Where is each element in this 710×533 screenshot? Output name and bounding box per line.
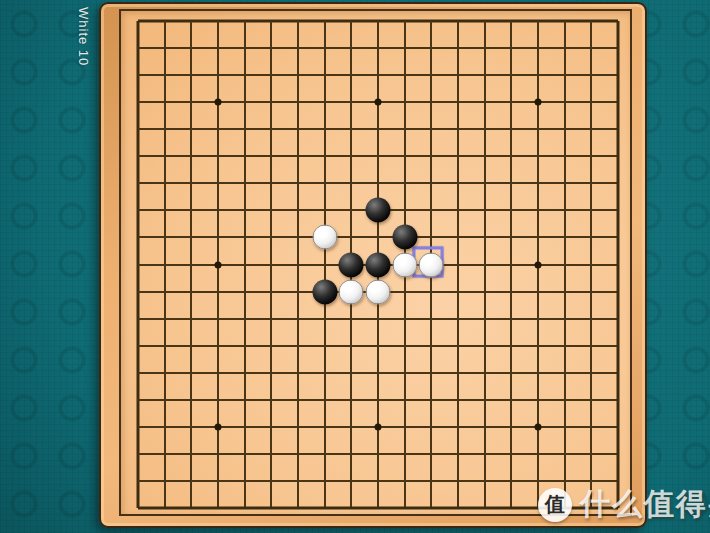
white-stone — [366, 279, 391, 304]
board-grid[interactable] — [138, 21, 618, 508]
grid-line-vertical — [457, 21, 459, 508]
black-stone — [366, 198, 391, 223]
black-stone — [366, 252, 391, 277]
badge-character: 值 — [545, 491, 565, 518]
grid-line-vertical — [590, 21, 592, 508]
star-point — [535, 261, 542, 268]
grid-line-vertical — [484, 21, 486, 508]
move-indicator: White 10 — [76, 7, 91, 66]
star-point — [215, 423, 222, 430]
smzdm-badge-icon: 值 — [538, 488, 572, 522]
grid-line-vertical — [564, 21, 566, 508]
grid-line-horizontal — [138, 345, 618, 347]
star-point — [535, 423, 542, 430]
grid-line-horizontal — [138, 453, 618, 455]
black-stone — [312, 279, 337, 304]
star-point — [215, 99, 222, 106]
star-point — [375, 99, 382, 106]
app-background: White 10 值 什么值得买 — [0, 0, 710, 533]
grid-line-horizontal — [138, 318, 618, 320]
black-stone — [392, 225, 417, 250]
black-stone — [339, 252, 364, 277]
watermark: 值 什么值得买 — [538, 484, 710, 525]
star-point — [375, 423, 382, 430]
star-point — [535, 99, 542, 106]
grid-line-vertical — [510, 21, 512, 508]
white-stone — [419, 252, 444, 277]
watermark-text: 什么值得买 — [580, 484, 710, 525]
grid-line-horizontal — [138, 372, 618, 374]
star-point — [215, 261, 222, 268]
white-stone — [339, 279, 364, 304]
grid-line-horizontal — [138, 399, 618, 401]
white-stone — [312, 225, 337, 250]
grid-line-vertical — [617, 21, 620, 508]
white-stone — [392, 252, 417, 277]
grid-line-horizontal — [138, 480, 618, 482]
